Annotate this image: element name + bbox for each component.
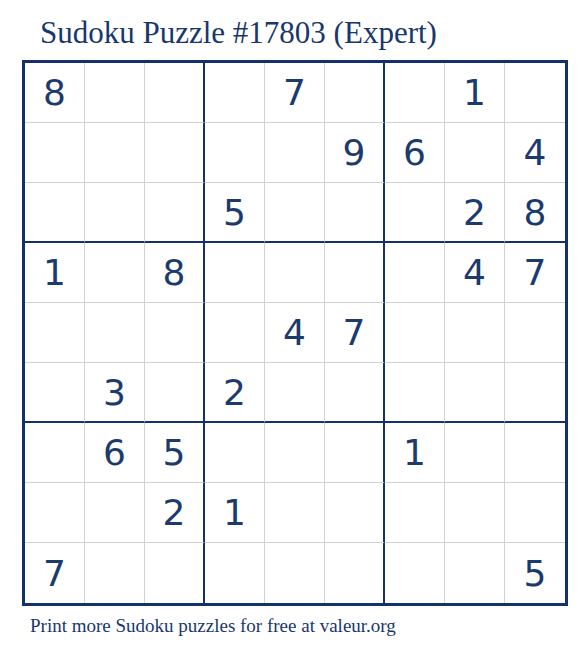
cell-r7c9 — [505, 423, 565, 483]
cell-r9c5 — [265, 543, 325, 603]
cell-r5c9 — [505, 303, 565, 363]
cell-r1c2 — [85, 63, 145, 123]
cell-r8c9 — [505, 483, 565, 543]
cell-r2c5 — [265, 123, 325, 183]
cell-r2c4 — [205, 123, 265, 183]
cell-r1c8: 1 — [445, 63, 505, 123]
cell-r9c7 — [385, 543, 445, 603]
cell-r1c1: 8 — [25, 63, 85, 123]
cell-r3c9: 8 — [505, 183, 565, 243]
cell-r4c6 — [325, 243, 385, 303]
cell-r1c3 — [145, 63, 205, 123]
cell-r9c4 — [205, 543, 265, 603]
cell-r7c7: 1 — [385, 423, 445, 483]
cell-r8c7 — [385, 483, 445, 543]
cell-r5c8 — [445, 303, 505, 363]
footer-text: Print more Sudoku puzzles for free at va… — [30, 615, 396, 637]
cell-r7c1 — [25, 423, 85, 483]
cell-r2c6: 9 — [325, 123, 385, 183]
cell-r2c7: 6 — [385, 123, 445, 183]
cell-r3c6 — [325, 183, 385, 243]
cell-r5c1 — [25, 303, 85, 363]
cell-r1c9 — [505, 63, 565, 123]
page-title: Sudoku Puzzle #17803 (Expert) — [40, 15, 437, 51]
cell-r3c7 — [385, 183, 445, 243]
cell-r7c6 — [325, 423, 385, 483]
cell-r6c4: 2 — [205, 363, 265, 423]
cell-r6c2: 3 — [85, 363, 145, 423]
cell-r6c3 — [145, 363, 205, 423]
cell-r3c4: 5 — [205, 183, 265, 243]
cell-r4c3: 8 — [145, 243, 205, 303]
cell-r8c5 — [265, 483, 325, 543]
cell-r6c7 — [385, 363, 445, 423]
cell-r5c2 — [85, 303, 145, 363]
cell-r1c4 — [205, 63, 265, 123]
cell-r6c1 — [25, 363, 85, 423]
cell-r3c5 — [265, 183, 325, 243]
cell-r4c8: 4 — [445, 243, 505, 303]
cell-r8c3: 2 — [145, 483, 205, 543]
cell-r7c8 — [445, 423, 505, 483]
cell-r3c8: 2 — [445, 183, 505, 243]
cell-r7c4 — [205, 423, 265, 483]
cell-r5c4 — [205, 303, 265, 363]
cell-r5c7 — [385, 303, 445, 363]
cell-r9c1: 7 — [25, 543, 85, 603]
cell-r3c1 — [25, 183, 85, 243]
cell-r4c2 — [85, 243, 145, 303]
cell-r9c8 — [445, 543, 505, 603]
cell-r9c6 — [325, 543, 385, 603]
cell-r9c9: 5 — [505, 543, 565, 603]
cell-r7c2: 6 — [85, 423, 145, 483]
cell-r6c5 — [265, 363, 325, 423]
cell-r2c2 — [85, 123, 145, 183]
cell-r1c6 — [325, 63, 385, 123]
cell-r4c1: 1 — [25, 243, 85, 303]
cell-r2c1 — [25, 123, 85, 183]
cell-r3c3 — [145, 183, 205, 243]
cell-r3c2 — [85, 183, 145, 243]
cell-r8c2 — [85, 483, 145, 543]
sudoku-page: Sudoku Puzzle #17803 (Expert) 8719645281… — [0, 0, 580, 651]
cell-r8c8 — [445, 483, 505, 543]
cell-r5c3 — [145, 303, 205, 363]
cell-r9c3 — [145, 543, 205, 603]
cell-r2c9: 4 — [505, 123, 565, 183]
cell-r7c3: 5 — [145, 423, 205, 483]
cell-r6c9 — [505, 363, 565, 423]
cell-r6c6 — [325, 363, 385, 423]
sudoku-grid: 871964528184747326512175 — [22, 60, 568, 606]
cell-r6c8 — [445, 363, 505, 423]
cell-r8c1 — [25, 483, 85, 543]
cell-r2c3 — [145, 123, 205, 183]
cell-r4c9: 7 — [505, 243, 565, 303]
cell-r4c5 — [265, 243, 325, 303]
cell-r5c5: 4 — [265, 303, 325, 363]
cell-r1c7 — [385, 63, 445, 123]
cell-r4c7 — [385, 243, 445, 303]
cell-r4c4 — [205, 243, 265, 303]
cell-r7c5 — [265, 423, 325, 483]
cell-r8c6 — [325, 483, 385, 543]
cell-r2c8 — [445, 123, 505, 183]
cell-r5c6: 7 — [325, 303, 385, 363]
cell-r8c4: 1 — [205, 483, 265, 543]
cell-r1c5: 7 — [265, 63, 325, 123]
cell-r9c2 — [85, 543, 145, 603]
